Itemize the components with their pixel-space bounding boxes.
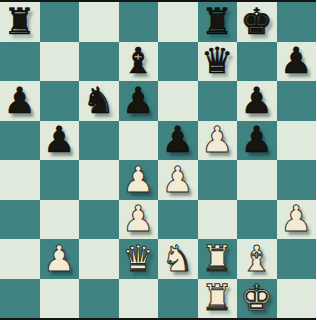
black-queen-icon: ♛ <box>201 43 233 79</box>
square-d7[interactable]: ♝ <box>119 42 159 82</box>
square-g4[interactable] <box>237 160 277 200</box>
black-pawn-icon: ♟ <box>241 83 273 119</box>
square-h7[interactable]: ♟ <box>277 42 317 82</box>
black-knight-icon: ♞ <box>83 83 115 119</box>
square-a6[interactable]: ♟ <box>0 81 40 121</box>
square-e5[interactable]: ♟ <box>158 121 198 161</box>
square-d8[interactable] <box>119 2 159 42</box>
square-c6[interactable]: ♞ <box>79 81 119 121</box>
black-rook-icon: ♜ <box>4 4 36 40</box>
square-f4[interactable] <box>198 160 238 200</box>
square-f3[interactable] <box>198 200 238 240</box>
white-pawn-icon: ♟ <box>43 241 75 277</box>
square-g6[interactable]: ♟ <box>237 81 277 121</box>
square-b5[interactable]: ♟ <box>40 121 80 161</box>
square-h6[interactable] <box>277 81 317 121</box>
square-d1[interactable] <box>119 279 159 319</box>
white-rook-icon: ♜ <box>201 241 233 277</box>
square-a5[interactable] <box>0 121 40 161</box>
white-king-icon: ♚ <box>241 280 273 316</box>
square-b3[interactable] <box>40 200 80 240</box>
square-g2[interactable]: ♝ <box>237 239 277 279</box>
black-pawn-icon: ♟ <box>43 122 75 158</box>
white-pawn-icon: ♟ <box>122 162 154 198</box>
black-king-icon: ♚ <box>241 4 273 40</box>
square-a7[interactable] <box>0 42 40 82</box>
square-a3[interactable] <box>0 200 40 240</box>
square-a1[interactable] <box>0 279 40 319</box>
black-bishop-icon: ♝ <box>122 43 154 79</box>
square-f5[interactable]: ♟ <box>198 121 238 161</box>
square-b2[interactable]: ♟ <box>40 239 80 279</box>
square-f6[interactable] <box>198 81 238 121</box>
white-pawn-icon: ♟ <box>280 201 312 237</box>
square-e1[interactable] <box>158 279 198 319</box>
square-c1[interactable] <box>79 279 119 319</box>
square-e8[interactable] <box>158 2 198 42</box>
square-d4[interactable]: ♟ <box>119 160 159 200</box>
square-b1[interactable] <box>40 279 80 319</box>
square-h8[interactable] <box>277 2 317 42</box>
square-e4[interactable]: ♟ <box>158 160 198 200</box>
square-e6[interactable] <box>158 81 198 121</box>
square-f7[interactable]: ♛ <box>198 42 238 82</box>
white-bishop-icon: ♝ <box>241 241 273 277</box>
black-pawn-icon: ♟ <box>4 83 36 119</box>
square-c2[interactable] <box>79 239 119 279</box>
square-c8[interactable] <box>79 2 119 42</box>
square-c5[interactable] <box>79 121 119 161</box>
square-b7[interactable] <box>40 42 80 82</box>
square-g3[interactable] <box>237 200 277 240</box>
square-e2[interactable]: ♞ <box>158 239 198 279</box>
white-queen-icon: ♛ <box>122 241 154 277</box>
white-pawn-icon: ♟ <box>122 201 154 237</box>
square-a8[interactable]: ♜ <box>0 2 40 42</box>
square-g5[interactable]: ♟ <box>237 121 277 161</box>
square-b8[interactable] <box>40 2 80 42</box>
square-h2[interactable] <box>277 239 317 279</box>
black-pawn-icon: ♟ <box>122 83 154 119</box>
white-pawn-icon: ♟ <box>201 122 233 158</box>
square-b4[interactable] <box>40 160 80 200</box>
square-g8[interactable]: ♚ <box>237 2 277 42</box>
square-a4[interactable] <box>0 160 40 200</box>
square-f8[interactable]: ♜ <box>198 2 238 42</box>
square-f1[interactable]: ♜ <box>198 279 238 319</box>
square-b6[interactable] <box>40 81 80 121</box>
black-pawn-icon: ♟ <box>162 122 194 158</box>
square-g7[interactable] <box>237 42 277 82</box>
square-g1[interactable]: ♚ <box>237 279 277 319</box>
white-pawn-icon: ♟ <box>162 162 194 198</box>
square-c4[interactable] <box>79 160 119 200</box>
black-pawn-icon: ♟ <box>241 122 273 158</box>
square-e3[interactable] <box>158 200 198 240</box>
chess-board: ♜♜♚♝♛♟♟♞♟♟♟♟♟♟♟♟♟♟♟♛♞♜♝♜♚ <box>0 2 316 318</box>
white-knight-icon: ♞ <box>162 241 194 277</box>
chess-app-window: ♜♜♚♝♛♟♟♞♟♟♟♟♟♟♟♟♟♟♟♛♞♜♝♜♚ <box>0 0 316 320</box>
black-pawn-icon: ♟ <box>280 43 312 79</box>
square-d6[interactable]: ♟ <box>119 81 159 121</box>
square-c3[interactable] <box>79 200 119 240</box>
square-c7[interactable] <box>79 42 119 82</box>
square-h3[interactable]: ♟ <box>277 200 317 240</box>
square-e7[interactable] <box>158 42 198 82</box>
square-d2[interactable]: ♛ <box>119 239 159 279</box>
square-h4[interactable] <box>277 160 317 200</box>
square-d3[interactable]: ♟ <box>119 200 159 240</box>
square-d5[interactable] <box>119 121 159 161</box>
black-rook-icon: ♜ <box>201 4 233 40</box>
square-f2[interactable]: ♜ <box>198 239 238 279</box>
square-h5[interactable] <box>277 121 317 161</box>
square-h1[interactable] <box>277 279 317 319</box>
square-a2[interactable] <box>0 239 40 279</box>
white-rook-icon: ♜ <box>201 280 233 316</box>
